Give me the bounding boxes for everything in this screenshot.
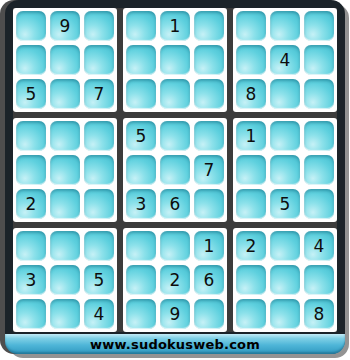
sudoku-cell-r9c2 [50, 299, 80, 329]
sudoku-cell-r4c7: 1 [236, 121, 266, 151]
sudoku-cell-r2c7 [236, 45, 266, 75]
sudoku-cell-r2c4 [126, 45, 156, 75]
sudoku-cell-r2c3 [84, 45, 114, 75]
sudoku-cell-r1c6 [194, 11, 224, 41]
sudoku-cell-r7c6: 1 [194, 231, 224, 261]
sudoku-cell-r9c6 [194, 299, 224, 329]
sudoku-cell-r4c8 [270, 121, 300, 151]
sudoku-cell-r8c7 [236, 265, 266, 295]
sudoku-cell-r7c9: 4 [304, 231, 334, 261]
sudoku-cell-r4c1 [16, 121, 46, 151]
sudoku-cell-r5c6: 7 [194, 155, 224, 185]
sudoku-cell-r3c4 [126, 79, 156, 109]
sudoku-cell-r6c1: 2 [16, 189, 46, 219]
sudoku-cell-r6c6 [194, 189, 224, 219]
sudoku-cell-r4c2 [50, 121, 80, 151]
sudoku-cell-r9c4 [126, 299, 156, 329]
sudoku-cell-r5c1 [16, 155, 46, 185]
sudoku-cell-r8c5: 2 [160, 265, 190, 295]
sudoku-cell-r7c1 [16, 231, 46, 261]
sudoku-cell-r1c9 [304, 11, 334, 41]
sudoku-cell-r8c6: 6 [194, 265, 224, 295]
sudoku-cell-r5c7 [236, 155, 266, 185]
sudoku-cell-r2c2 [50, 45, 80, 75]
sudoku-cell-r6c3 [84, 189, 114, 219]
sudoku-cell-r5c4 [126, 155, 156, 185]
sudoku-cell-r4c6 [194, 121, 224, 151]
sudoku-cell-r5c8 [270, 155, 300, 185]
sudoku-cell-r9c8 [270, 299, 300, 329]
sudoku-board: 95714825736153541269248 www.sudokusweb.c… [5, 0, 345, 354]
board-inner: 95714825736153541269248 [5, 0, 345, 332]
sudoku-cell-r6c7 [236, 189, 266, 219]
sudoku-box-8: 1269 [123, 228, 227, 332]
sudoku-cell-r1c4 [126, 11, 156, 41]
sudoku-cell-r5c3 [84, 155, 114, 185]
sudoku-cell-r2c8: 4 [270, 45, 300, 75]
sudoku-cell-r3c7: 8 [236, 79, 266, 109]
sudoku-cell-r7c4 [126, 231, 156, 261]
sudoku-cell-r1c7 [236, 11, 266, 41]
sudoku-cell-r8c3: 5 [84, 265, 114, 295]
sudoku-box-6: 15 [233, 118, 337, 222]
sudoku-cell-r8c1: 3 [16, 265, 46, 295]
sudoku-box-7: 354 [13, 228, 117, 332]
sudoku-cell-r3c3: 7 [84, 79, 114, 109]
sudoku-cell-r7c7: 2 [236, 231, 266, 261]
sudoku-cell-r9c1 [16, 299, 46, 329]
site-banner: www.sudokusweb.com [5, 334, 345, 354]
sudoku-cell-r6c8: 5 [270, 189, 300, 219]
sudoku-cell-r3c1: 5 [16, 79, 46, 109]
sudoku-cell-r5c5 [160, 155, 190, 185]
sudoku-cell-r2c1 [16, 45, 46, 75]
sudoku-box-3: 48 [233, 8, 337, 112]
sudoku-box-5: 5736 [123, 118, 227, 222]
sudoku-cell-r5c2 [50, 155, 80, 185]
sudoku-cell-r9c9: 8 [304, 299, 334, 329]
sudoku-cell-r2c6 [194, 45, 224, 75]
sudoku-cell-r3c5 [160, 79, 190, 109]
sudoku-cell-r7c3 [84, 231, 114, 261]
sudoku-cell-r8c2 [50, 265, 80, 295]
sudoku-box-9: 248 [233, 228, 337, 332]
sudoku-cell-r1c8 [270, 11, 300, 41]
sudoku-cell-r3c8 [270, 79, 300, 109]
sudoku-cell-r3c9 [304, 79, 334, 109]
sudoku-cell-r8c8 [270, 265, 300, 295]
sudoku-cell-r2c5 [160, 45, 190, 75]
sudoku-cell-r1c2: 9 [50, 11, 80, 41]
sudoku-cell-r6c5: 6 [160, 189, 190, 219]
sudoku-cell-r5c9 [304, 155, 334, 185]
sudoku-cell-r6c4: 3 [126, 189, 156, 219]
sudoku-cell-r1c5: 1 [160, 11, 190, 41]
sudoku-cell-r1c1 [16, 11, 46, 41]
sudoku-cell-r9c5: 9 [160, 299, 190, 329]
sudoku-cell-r4c4: 5 [126, 121, 156, 151]
sudoku-cell-r3c2 [50, 79, 80, 109]
sudoku-cell-r4c5 [160, 121, 190, 151]
sudoku-box-2: 1 [123, 8, 227, 112]
sudoku-cell-r7c5 [160, 231, 190, 261]
sudoku-cell-r4c9 [304, 121, 334, 151]
sudoku-grid: 95714825736153541269248 [13, 8, 337, 332]
sudoku-cell-r1c3 [84, 11, 114, 41]
sudoku-cell-r9c7 [236, 299, 266, 329]
sudoku-cell-r7c8 [270, 231, 300, 261]
site-url-label: www.sudokusweb.com [90, 337, 260, 352]
sudoku-box-4: 2 [13, 118, 117, 222]
sudoku-cell-r3c6 [194, 79, 224, 109]
sudoku-cell-r9c3: 4 [84, 299, 114, 329]
sudoku-cell-r8c4 [126, 265, 156, 295]
sudoku-box-1: 957 [13, 8, 117, 112]
sudoku-cell-r6c2 [50, 189, 80, 219]
sudoku-cell-r8c9 [304, 265, 334, 295]
sudoku-cell-r7c2 [50, 231, 80, 261]
sudoku-cell-r4c3 [84, 121, 114, 151]
sudoku-cell-r2c9 [304, 45, 334, 75]
sudoku-cell-r6c9 [304, 189, 334, 219]
